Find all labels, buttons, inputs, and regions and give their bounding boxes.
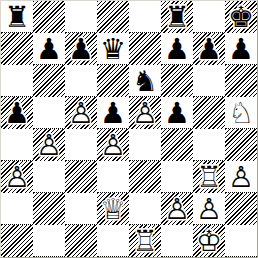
square-c3[interactable] [65,161,97,193]
square-b4[interactable]: ♟♙ [33,129,65,161]
square-g2[interactable]: ♟♙ [193,193,225,225]
square-d6[interactable] [97,65,129,97]
piece-halo: ♟ [97,129,129,161]
square-e3[interactable] [129,161,161,193]
piece-halo: ♟ [161,193,193,225]
black-pawn-icon: ♟ [161,33,193,65]
square-c5[interactable]: ♟♙ [65,97,97,129]
white-pawn-icon: ♙ [161,193,193,225]
black-pawn-icon: ♟ [193,33,225,65]
square-c8[interactable] [65,1,97,33]
piece-halo: ♟ [33,129,65,161]
square-e6[interactable]: ♞♞ [129,65,161,97]
black-pawn-icon: ♟ [225,33,257,65]
square-e5[interactable]: ♟♙ [129,97,161,129]
piece-halo: ♛ [97,33,129,65]
piece-halo: ♞ [225,97,257,129]
square-f2[interactable]: ♟♙ [161,193,193,225]
square-g3[interactable]: ♜♖ [193,161,225,193]
square-h8[interactable]: ♚♚ [225,1,257,33]
white-pawn-icon: ♙ [193,193,225,225]
square-f8[interactable]: ♜♜ [161,1,193,33]
piece-halo: ♟ [97,97,129,129]
square-a5[interactable]: ♟♟ [1,97,33,129]
square-d3[interactable] [97,161,129,193]
piece-halo: ♟ [129,97,161,129]
square-g8[interactable] [193,1,225,33]
square-a1[interactable] [1,225,33,257]
piece-halo: ♞ [129,65,161,97]
square-e2[interactable] [129,193,161,225]
square-f5[interactable]: ♟♟ [161,97,193,129]
square-d1[interactable] [97,225,129,257]
white-pawn-icon: ♙ [225,161,257,193]
square-b6[interactable] [33,65,65,97]
square-d7[interactable]: ♛♛ [97,33,129,65]
square-e8[interactable] [129,1,161,33]
square-b1[interactable] [33,225,65,257]
piece-halo: ♟ [161,97,193,129]
square-e4[interactable] [129,129,161,161]
black-queen-icon: ♛ [97,33,129,65]
square-h7[interactable]: ♟♟ [225,33,257,65]
square-h1[interactable] [225,225,257,257]
square-g5[interactable] [193,97,225,129]
white-queen-icon: ♕ [97,193,129,225]
piece-halo: ♟ [1,97,33,129]
piece-halo: ♟ [33,33,65,65]
white-pawn-icon: ♙ [97,129,129,161]
black-rook-icon: ♜ [161,1,193,33]
square-f6[interactable] [161,65,193,97]
square-a7[interactable] [1,33,33,65]
black-rook-icon: ♜ [1,1,33,33]
white-rook-icon: ♖ [193,161,225,193]
square-g7[interactable]: ♟♟ [193,33,225,65]
square-e7[interactable] [129,33,161,65]
square-a8[interactable]: ♜♜ [1,1,33,33]
square-b8[interactable] [33,1,65,33]
square-h4[interactable] [225,129,257,161]
square-h6[interactable] [225,65,257,97]
piece-halo: ♚ [225,1,257,33]
white-pawn-icon: ♙ [33,129,65,161]
piece-halo: ♜ [1,1,33,33]
piece-halo: ♜ [161,1,193,33]
piece-halo: ♟ [225,33,257,65]
square-g1[interactable]: ♚♔ [193,225,225,257]
white-pawn-icon: ♙ [65,97,97,129]
square-c2[interactable] [65,193,97,225]
square-d2[interactable]: ♛♕ [97,193,129,225]
black-pawn-icon: ♟ [1,97,33,129]
piece-halo: ♟ [161,33,193,65]
white-king-icon: ♔ [193,225,225,257]
square-g6[interactable] [193,65,225,97]
white-knight-icon: ♘ [225,97,257,129]
square-d5[interactable]: ♟♟ [97,97,129,129]
square-h5[interactable]: ♞♘ [225,97,257,129]
piece-halo: ♟ [65,33,97,65]
square-a6[interactable] [1,65,33,97]
piece-halo: ♟ [1,161,33,193]
square-b3[interactable] [33,161,65,193]
piece-halo: ♟ [225,161,257,193]
black-knight-icon: ♞ [129,65,161,97]
square-a4[interactable] [1,129,33,161]
piece-halo: ♜ [193,161,225,193]
square-f3[interactable] [161,161,193,193]
chess-board: ♜♜♜♜♚♚♟♟♟♟♛♛♟♟♟♟♟♟♞♞♟♟♟♙♟♟♟♙♟♟♞♘♟♙♟♙♟♙♜♖… [1,1,257,257]
square-e1[interactable]: ♜♖ [129,225,161,257]
black-pawn-icon: ♟ [33,33,65,65]
square-g4[interactable] [193,129,225,161]
square-a2[interactable] [1,193,33,225]
square-b7[interactable]: ♟♟ [33,33,65,65]
piece-halo: ♟ [65,97,97,129]
square-a3[interactable]: ♟♙ [1,161,33,193]
black-pawn-icon: ♟ [97,97,129,129]
square-b5[interactable] [33,97,65,129]
square-c4[interactable] [65,129,97,161]
piece-halo: ♚ [193,225,225,257]
black-king-icon: ♚ [225,1,257,33]
white-rook-icon: ♖ [129,225,161,257]
square-d8[interactable] [97,1,129,33]
square-f7[interactable]: ♟♟ [161,33,193,65]
piece-halo: ♟ [193,33,225,65]
piece-halo: ♟ [193,193,225,225]
white-pawn-icon: ♙ [129,97,161,129]
square-h3[interactable]: ♟♙ [225,161,257,193]
piece-halo: ♛ [97,193,129,225]
white-pawn-icon: ♙ [1,161,33,193]
square-b2[interactable] [33,193,65,225]
square-c6[interactable] [65,65,97,97]
piece-halo: ♜ [129,225,161,257]
square-f4[interactable] [161,129,193,161]
black-pawn-icon: ♟ [161,97,193,129]
square-c1[interactable] [65,225,97,257]
black-pawn-icon: ♟ [65,33,97,65]
square-h2[interactable] [225,193,257,225]
square-f1[interactable] [161,225,193,257]
square-c7[interactable]: ♟♟ [65,33,97,65]
square-d4[interactable]: ♟♙ [97,129,129,161]
diagram-frame: ♜♜♜♜♚♚♟♟♟♟♛♛♟♟♟♟♟♟♞♞♟♟♟♙♟♟♟♙♟♟♞♘♟♙♟♙♟♙♜♖… [0,0,258,258]
